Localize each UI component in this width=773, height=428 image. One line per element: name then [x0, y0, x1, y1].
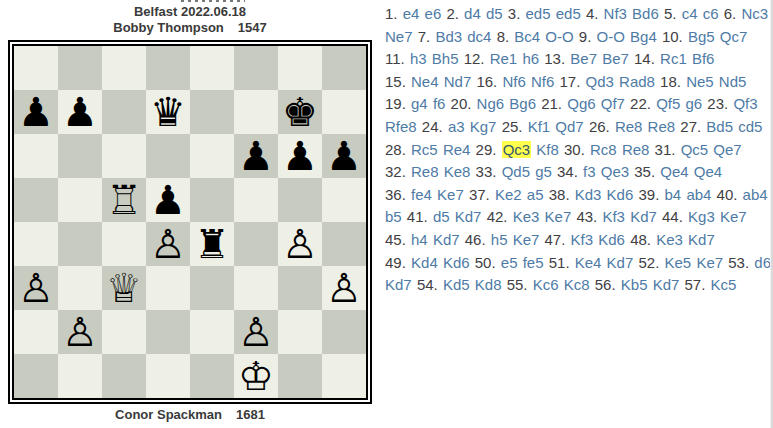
move-number: 11.: [385, 50, 405, 67]
move[interactable]: Nf3: [604, 5, 627, 22]
square-a4[interactable]: [14, 222, 58, 266]
move[interactable]: ed5: [556, 5, 581, 22]
square-f2[interactable]: ♙: [234, 310, 278, 354]
piece-white-queen[interactable]: ♕: [106, 266, 142, 310]
move[interactable]: Qe3: [601, 163, 629, 180]
piece-black-pawn[interactable]: ♟: [282, 134, 318, 178]
move[interactable]: d5: [486, 5, 503, 22]
square-a7[interactable]: ♟: [14, 90, 58, 134]
move-number: 42.: [487, 208, 508, 225]
move-number: 46.: [465, 231, 486, 248]
move-number: 55.: [507, 276, 528, 293]
move[interactable]: O-O: [545, 28, 573, 45]
move[interactable]: Ke3: [656, 231, 683, 248]
square-a5[interactable]: [14, 178, 58, 222]
move-number: 1.: [385, 5, 398, 22]
move[interactable]: Qc7: [720, 28, 748, 45]
move-number: 16.: [476, 73, 497, 90]
square-b4[interactable]: [58, 222, 102, 266]
move[interactable]: g4: [411, 95, 428, 112]
move-number: 39.: [638, 186, 659, 203]
square-g4[interactable]: ♙: [278, 222, 322, 266]
move[interactable]: Ne7: [385, 28, 413, 45]
move-number: 35.: [634, 163, 655, 180]
piece-white-pawn[interactable]: ♙: [326, 266, 362, 310]
chess-gui-window: Belfast 2022.06.18 Bobby Thompson1547 ♟♟…: [0, 0, 773, 428]
move[interactable]: Kd5: [443, 276, 470, 293]
move[interactable]: Bg4: [630, 28, 657, 45]
piece-black-pawn[interactable]: ♟: [62, 90, 98, 134]
square-b1[interactable]: [58, 354, 102, 398]
move[interactable]: Kd7: [433, 231, 460, 248]
move-number: 31.: [655, 141, 676, 158]
event-line: Belfast 2022.06.18: [8, 4, 372, 20]
move[interactable]: Rc8: [590, 141, 617, 158]
piece-white-king[interactable]: ♔: [238, 354, 274, 398]
white-player-caption: Conor Spackman1681: [8, 407, 372, 423]
move[interactable]: ab4: [743, 186, 768, 203]
square-f5[interactable]: [234, 178, 278, 222]
move[interactable]: e5: [501, 254, 518, 271]
move-number: 48.: [630, 231, 651, 248]
move[interactable]: Kd7: [688, 231, 715, 248]
black-player-rating: 1547: [238, 20, 267, 35]
move-number: 36.: [385, 186, 406, 203]
move[interactable]: fe4: [411, 186, 432, 203]
move-number: 2.: [446, 5, 459, 22]
square-d8[interactable]: [146, 46, 190, 90]
square-e8[interactable]: [190, 46, 234, 90]
move[interactable]: Kg3: [688, 208, 715, 225]
move[interactable]: Bh5: [432, 50, 459, 67]
move[interactable]: Ke5: [665, 254, 692, 271]
move[interactable]: Ke2: [495, 186, 522, 203]
black-player-line: Bobby Thompson1547: [8, 20, 372, 36]
square-d4[interactable]: ♙: [146, 222, 190, 266]
square-h3[interactable]: ♙: [322, 266, 366, 310]
square-e4[interactable]: ♜: [190, 222, 234, 266]
move-number: 9.: [579, 28, 592, 45]
move[interactable]: Bd3: [435, 28, 462, 45]
move-number: 51.: [549, 254, 570, 271]
move[interactable]: Rfe8: [385, 118, 417, 135]
square-g3[interactable]: [278, 266, 322, 310]
black-player-caption: Belfast 2022.06.18 Bobby Thompson1547: [8, 4, 372, 36]
piece-white-pawn[interactable]: ♙: [150, 222, 186, 266]
move[interactable]: d5: [433, 208, 450, 225]
white-player-line: Conor Spackman1681: [8, 407, 372, 423]
move[interactable]: g5: [535, 163, 552, 180]
move[interactable]: Bg6: [509, 95, 536, 112]
move[interactable]: e6: [425, 5, 442, 22]
square-h4[interactable]: [322, 222, 366, 266]
square-a2[interactable]: [14, 310, 58, 354]
move[interactable]: Qd5: [502, 163, 530, 180]
move[interactable]: Qg6: [567, 95, 595, 112]
move[interactable]: Kd6: [443, 254, 470, 271]
move-number: 28.: [385, 141, 406, 158]
move[interactable]: Qc5: [681, 141, 709, 158]
move-number: 22.: [630, 95, 651, 112]
square-d6[interactable]: [146, 134, 190, 178]
square-c3[interactable]: ♕: [102, 266, 146, 310]
move[interactable]: Rad8: [619, 73, 655, 90]
square-g8[interactable]: [278, 46, 322, 90]
square-f7[interactable]: [234, 90, 278, 134]
move-number: 3.: [508, 5, 521, 22]
square-g2[interactable]: [278, 310, 322, 354]
move-number: 34.: [557, 163, 578, 180]
move[interactable]: Nc3: [741, 5, 768, 22]
move[interactable]: c6: [703, 5, 719, 22]
move[interactable]: Kd8: [475, 276, 502, 293]
move[interactable]: h5: [491, 231, 508, 248]
move-number: 57.: [685, 276, 706, 293]
move[interactable]: d6: [754, 254, 771, 271]
piece-black-pawn[interactable]: ♟: [238, 134, 274, 178]
move-number: 10.: [662, 28, 683, 45]
piece-white-pawn[interactable]: ♙: [18, 266, 54, 310]
move-number: 23.: [707, 95, 728, 112]
move-number: 32.: [385, 163, 406, 180]
move-number: 43.: [576, 208, 597, 225]
move[interactable]: Ke7: [696, 254, 723, 271]
piece-black-king[interactable]: ♚: [282, 90, 318, 134]
move-number: 15.: [385, 73, 406, 90]
move[interactable]: Kf1: [528, 118, 551, 135]
move[interactable]: Ke8: [444, 163, 471, 180]
move-number: 38.: [549, 186, 570, 203]
chess-board-frame: ♟♟♛♚♟♟♟♖♟♙♜♙♙♕♙♙♙♔: [8, 40, 372, 404]
move-number: 5.: [664, 5, 677, 22]
move-list: 1. e4 e6 2. d4 d5 3. ed5 ed5 4. Nf3 Bd6 …: [385, 3, 771, 297]
move[interactable]: Kd6: [607, 186, 634, 203]
move[interactable]: Re8: [622, 141, 650, 158]
move[interactable]: Kd7: [455, 208, 482, 225]
square-f8[interactable]: [234, 46, 278, 90]
move[interactable]: Kf8: [536, 141, 559, 158]
move[interactable]: g6: [686, 95, 703, 112]
square-d2[interactable]: [146, 310, 190, 354]
move[interactable]: Nd7: [444, 73, 472, 90]
move[interactable]: f6: [433, 95, 446, 112]
move[interactable]: Re1: [490, 50, 518, 67]
square-h2[interactable]: [322, 310, 366, 354]
move[interactable]: Bd6: [632, 5, 659, 22]
move[interactable]: Nf6: [531, 73, 554, 90]
move-number: 30.: [564, 141, 585, 158]
move-number: 49.: [385, 254, 406, 271]
cropped-text-remnant: [181, 0, 245, 2]
square-a6[interactable]: [14, 134, 58, 178]
move[interactable]: Nd5: [719, 73, 747, 90]
move[interactable]: Ke7: [513, 231, 540, 248]
square-g6[interactable]: ♟: [278, 134, 322, 178]
move[interactable]: c4: [682, 5, 698, 22]
move[interactable]: Ke4: [575, 254, 602, 271]
move-number: 44.: [662, 208, 683, 225]
move[interactable]: Kd7: [653, 276, 680, 293]
square-h8[interactable]: [322, 46, 366, 90]
square-c7[interactable]: [102, 90, 146, 134]
square-e5[interactable]: [190, 178, 234, 222]
square-d1[interactable]: [146, 354, 190, 398]
move[interactable]: cd5: [738, 118, 762, 135]
square-e7[interactable]: [190, 90, 234, 134]
move-number: 29.: [476, 141, 497, 158]
move-number: 45.: [385, 231, 406, 248]
square-b7[interactable]: ♟: [58, 90, 102, 134]
chess-board: ♟♟♛♚♟♟♟♖♟♙♜♙♙♕♙♙♙♔: [12, 44, 368, 400]
move[interactable]: b4: [665, 186, 682, 203]
current-move[interactable]: Qc3: [502, 141, 532, 158]
piece-black-queen[interactable]: ♛: [150, 90, 186, 134]
move[interactable]: d4: [464, 5, 481, 22]
square-e3[interactable]: [190, 266, 234, 310]
move[interactable]: Ne5: [686, 73, 714, 90]
move[interactable]: Kf3: [571, 231, 594, 248]
move[interactable]: Kd7: [630, 208, 657, 225]
piece-white-pawn[interactable]: ♙: [282, 222, 318, 266]
piece-black-pawn[interactable]: ♟: [150, 178, 186, 222]
move[interactable]: Kc6: [533, 276, 559, 293]
move[interactable]: Ne4: [411, 73, 439, 90]
square-a1[interactable]: [14, 354, 58, 398]
move[interactable]: h4: [411, 231, 428, 248]
move[interactable]: Kd7: [385, 276, 412, 293]
move[interactable]: a5: [527, 186, 544, 203]
move[interactable]: Bc4: [514, 28, 540, 45]
move[interactable]: Kd6: [598, 231, 625, 248]
square-b3[interactable]: [58, 266, 102, 310]
move[interactable]: fe5: [523, 254, 544, 271]
square-h1[interactable]: [322, 354, 366, 398]
square-f6[interactable]: ♟: [234, 134, 278, 178]
move[interactable]: Qf5: [656, 95, 680, 112]
square-h5[interactable]: [322, 178, 366, 222]
square-c1[interactable]: [102, 354, 146, 398]
move-number: 47.: [545, 231, 566, 248]
square-b5[interactable]: [58, 178, 102, 222]
move[interactable]: Be7: [602, 50, 629, 67]
move-number: 41.: [407, 208, 428, 225]
move[interactable]: Kf3: [602, 208, 625, 225]
square-c6[interactable]: [102, 134, 146, 178]
square-h6[interactable]: ♟: [322, 134, 366, 178]
move-number: 17.: [560, 73, 581, 90]
move[interactable]: Bg5: [688, 28, 715, 45]
move-number: 13.: [544, 50, 565, 67]
move-number: 20.: [451, 95, 472, 112]
move[interactable]: Re8: [648, 118, 676, 135]
square-c8[interactable]: [102, 46, 146, 90]
move[interactable]: dc4: [467, 28, 491, 45]
square-g1[interactable]: [278, 354, 322, 398]
move-number: 33.: [476, 163, 497, 180]
move-number: 50.: [475, 254, 496, 271]
move[interactable]: Kb5: [621, 276, 648, 293]
move-number: 19.: [385, 95, 406, 112]
move-number: 6.: [724, 5, 737, 22]
move-number: 21.: [541, 95, 562, 112]
square-f4[interactable]: [234, 222, 278, 266]
move[interactable]: Rc1: [660, 50, 687, 67]
move[interactable]: Kg7: [470, 118, 497, 135]
square-c2[interactable]: [102, 310, 146, 354]
move[interactable]: e4: [403, 5, 420, 22]
move[interactable]: Qf7: [601, 95, 625, 112]
square-e2[interactable]: [190, 310, 234, 354]
square-b6[interactable]: [58, 134, 102, 178]
move-number: 12.: [464, 50, 485, 67]
piece-black-rook[interactable]: ♜: [194, 222, 230, 266]
square-a3[interactable]: ♙: [14, 266, 58, 310]
move[interactable]: Qe4: [660, 163, 688, 180]
move[interactable]: Qe7: [713, 141, 741, 158]
move-number: 52.: [638, 254, 659, 271]
piece-white-rook[interactable]: ♖: [106, 178, 142, 222]
move[interactable]: Kd4: [411, 254, 438, 271]
square-e6[interactable]: [190, 134, 234, 178]
move[interactable]: Bf6: [692, 50, 715, 67]
move[interactable]: ab4: [686, 186, 711, 203]
move[interactable]: Qf3: [733, 95, 757, 112]
move[interactable]: Rc5: [411, 141, 438, 158]
move[interactable]: Kc5: [711, 276, 737, 293]
square-h7[interactable]: [322, 90, 366, 134]
move[interactable]: Qd7: [555, 118, 583, 135]
move[interactable]: b5: [385, 208, 402, 225]
move[interactable]: f3: [583, 163, 596, 180]
move-number: 27.: [680, 118, 701, 135]
move[interactable]: h3: [410, 50, 427, 67]
move-number: 25.: [502, 118, 523, 135]
move-number: 8.: [497, 28, 510, 45]
move[interactable]: a3: [448, 118, 465, 135]
square-d3[interactable]: [146, 266, 190, 310]
move-number: 4.: [586, 5, 599, 22]
square-g7[interactable]: ♚: [278, 90, 322, 134]
square-c4[interactable]: [102, 222, 146, 266]
square-a8[interactable]: [14, 46, 58, 90]
move[interactable]: Qe4: [694, 163, 722, 180]
move[interactable]: Ke7: [720, 208, 747, 225]
black-player-name: Bobby Thompson: [113, 20, 224, 35]
move-number: 37.: [469, 186, 490, 203]
move[interactable]: O-O: [597, 28, 625, 45]
move[interactable]: Kd3: [575, 186, 602, 203]
square-f1[interactable]: ♔: [234, 354, 278, 398]
move[interactable]: Re4: [443, 141, 471, 158]
move[interactable]: Re8: [411, 163, 439, 180]
square-b2[interactable]: ♙: [58, 310, 102, 354]
move[interactable]: Kd7: [607, 254, 634, 271]
move-number: 24.: [422, 118, 443, 135]
piece-white-pawn[interactable]: ♙: [62, 310, 98, 354]
move-number: 7.: [418, 28, 431, 45]
move-number: 40.: [717, 186, 738, 203]
move[interactable]: ed5: [526, 5, 551, 22]
move[interactable]: Kc8: [564, 276, 590, 293]
move[interactable]: Ke7: [437, 186, 464, 203]
move-number: 56.: [595, 276, 616, 293]
move[interactable]: Bd5: [706, 118, 733, 135]
move-number: 54.: [417, 276, 438, 293]
move-number: 53.: [728, 254, 749, 271]
white-player-name: Conor Spackman: [115, 407, 222, 422]
move[interactable]: h6: [522, 50, 539, 67]
move-number: 26.: [589, 118, 610, 135]
move[interactable]: Ke7: [545, 208, 572, 225]
move[interactable]: Qd3: [586, 73, 614, 90]
square-b8[interactable]: [58, 46, 102, 90]
square-d7[interactable]: ♛: [146, 90, 190, 134]
move[interactable]: Ng6: [477, 95, 505, 112]
move[interactable]: Re8: [615, 118, 643, 135]
move[interactable]: Be7: [570, 50, 597, 67]
square-e1[interactable]: [190, 354, 234, 398]
piece-black-pawn[interactable]: ♟: [18, 90, 54, 134]
move[interactable]: Ke3: [513, 208, 540, 225]
square-g5[interactable]: [278, 178, 322, 222]
square-f3[interactable]: [234, 266, 278, 310]
piece-white-pawn[interactable]: ♙: [238, 310, 274, 354]
move-number: 14.: [634, 50, 655, 67]
white-player-rating: 1681: [236, 407, 265, 422]
move[interactable]: Nf6: [502, 73, 525, 90]
piece-black-pawn[interactable]: ♟: [326, 134, 362, 178]
square-d5[interactable]: ♟: [146, 178, 190, 222]
move-number: 18.: [660, 73, 681, 90]
square-c5[interactable]: ♖: [102, 178, 146, 222]
